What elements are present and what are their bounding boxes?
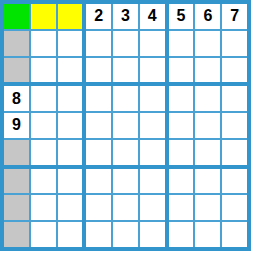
box-4: 89 (4, 86, 82, 164)
box-2: 234 (86, 4, 164, 82)
cell-r6c2[interactable] (31, 140, 56, 165)
cell-r2c7[interactable] (169, 31, 194, 56)
cell-r7c9[interactable] (222, 169, 247, 194)
cell-r8c9[interactable] (222, 195, 247, 220)
cell-r2c9[interactable] (222, 31, 247, 56)
cell-r2c8[interactable] (195, 31, 220, 56)
cell-r8c2[interactable] (31, 195, 56, 220)
cell-r3c5[interactable] (113, 58, 138, 83)
box-5 (86, 86, 164, 164)
cell-r8c5[interactable] (113, 195, 138, 220)
box-3: 567 (169, 4, 247, 82)
cell-r3c2[interactable] (31, 58, 56, 83)
cell-r1c9[interactable]: 7 (222, 4, 247, 29)
cell-r7c2[interactable] (31, 169, 56, 194)
cell-r8c3[interactable] (58, 195, 83, 220)
cell-r1c7[interactable]: 5 (169, 4, 194, 29)
cell-r4c2[interactable] (31, 86, 56, 111)
cell-r1c6[interactable]: 4 (140, 4, 165, 29)
box-8 (86, 169, 164, 247)
cell-r9c6[interactable] (140, 222, 165, 247)
cell-r5c9[interactable] (222, 113, 247, 138)
cell-r5c1[interactable]: 9 (4, 113, 29, 138)
cell-r2c6[interactable] (140, 31, 165, 56)
box-1 (4, 4, 82, 82)
cell-r8c7[interactable] (169, 195, 194, 220)
cell-r5c5[interactable] (113, 113, 138, 138)
cell-r6c6[interactable] (140, 140, 165, 165)
box-6 (169, 86, 247, 164)
cell-r9c5[interactable] (113, 222, 138, 247)
cell-r2c5[interactable] (113, 31, 138, 56)
cell-r3c4[interactable] (86, 58, 111, 83)
cell-r9c8[interactable] (195, 222, 220, 247)
cell-r1c3[interactable] (58, 4, 83, 29)
cell-r8c1[interactable] (4, 195, 29, 220)
cell-r2c4[interactable] (86, 31, 111, 56)
cell-r8c8[interactable] (195, 195, 220, 220)
cell-r5c7[interactable] (169, 113, 194, 138)
cell-r6c5[interactable] (113, 140, 138, 165)
cell-r1c5[interactable]: 3 (113, 4, 138, 29)
box-7 (4, 169, 82, 247)
cell-r5c2[interactable] (31, 113, 56, 138)
cell-r3c3[interactable] (58, 58, 83, 83)
cell-r7c1[interactable] (4, 169, 29, 194)
cell-r1c2[interactable] (31, 4, 56, 29)
cell-r6c3[interactable] (58, 140, 83, 165)
cell-r5c8[interactable] (195, 113, 220, 138)
cell-r4c9[interactable] (222, 86, 247, 111)
cell-r5c6[interactable] (140, 113, 165, 138)
cell-r3c7[interactable] (169, 58, 194, 83)
cell-r9c7[interactable] (169, 222, 194, 247)
cell-r7c8[interactable] (195, 169, 220, 194)
cell-r7c5[interactable] (113, 169, 138, 194)
cell-r6c1[interactable] (4, 140, 29, 165)
cell-r6c4[interactable] (86, 140, 111, 165)
cell-r5c3[interactable] (58, 113, 83, 138)
cell-r2c2[interactable] (31, 31, 56, 56)
cell-r6c9[interactable] (222, 140, 247, 165)
sudoku-board: 23456789 (0, 0, 251, 251)
cell-r4c1[interactable]: 8 (4, 86, 29, 111)
cell-r1c1[interactable] (4, 4, 29, 29)
cell-r1c4[interactable]: 2 (86, 4, 111, 29)
cell-r2c1[interactable] (4, 31, 29, 56)
cell-r7c3[interactable] (58, 169, 83, 194)
box-9 (169, 169, 247, 247)
cell-r4c8[interactable] (195, 86, 220, 111)
cell-r4c3[interactable] (58, 86, 83, 111)
cell-r4c7[interactable] (169, 86, 194, 111)
cell-r6c8[interactable] (195, 140, 220, 165)
cell-r9c9[interactable] (222, 222, 247, 247)
cell-r9c1[interactable] (4, 222, 29, 247)
cell-r9c2[interactable] (31, 222, 56, 247)
cell-r7c6[interactable] (140, 169, 165, 194)
cell-r9c3[interactable] (58, 222, 83, 247)
cell-r6c7[interactable] (169, 140, 194, 165)
cell-r7c7[interactable] (169, 169, 194, 194)
cell-r8c6[interactable] (140, 195, 165, 220)
cell-r8c4[interactable] (86, 195, 111, 220)
cell-r3c1[interactable] (4, 58, 29, 83)
cell-r4c5[interactable] (113, 86, 138, 111)
cell-r5c4[interactable] (86, 113, 111, 138)
cell-r2c3[interactable] (58, 31, 83, 56)
cell-r7c4[interactable] (86, 169, 111, 194)
cell-r3c6[interactable] (140, 58, 165, 83)
cell-r4c4[interactable] (86, 86, 111, 111)
cell-r4c6[interactable] (140, 86, 165, 111)
cell-r9c4[interactable] (86, 222, 111, 247)
cell-r3c9[interactable] (222, 58, 247, 83)
cell-r3c8[interactable] (195, 58, 220, 83)
cell-r1c8[interactable]: 6 (195, 4, 220, 29)
